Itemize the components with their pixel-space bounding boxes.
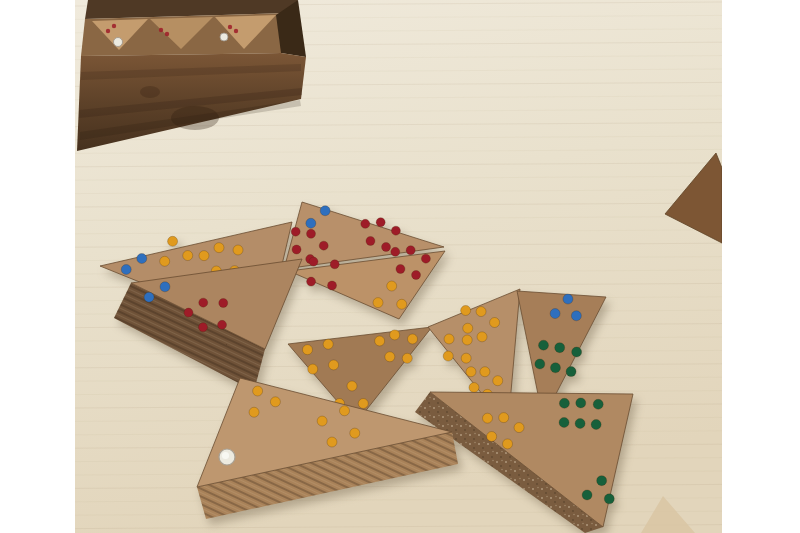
pip: [292, 245, 301, 254]
pip: [183, 251, 193, 261]
pip: [550, 309, 560, 319]
pip: [339, 406, 349, 416]
pip: [199, 298, 208, 307]
pip: [320, 206, 330, 216]
pip: [576, 398, 586, 408]
pip: [469, 383, 479, 393]
pip: [219, 298, 228, 307]
pip: [391, 226, 400, 235]
pip: [199, 251, 209, 261]
pip: [214, 243, 224, 253]
shell-inlay: [114, 38, 123, 47]
pip: [559, 417, 569, 427]
pip: [555, 343, 565, 353]
pip: [421, 254, 430, 263]
shell-highlight: [222, 452, 229, 459]
wood-knot: [140, 86, 160, 98]
pip: [307, 277, 316, 286]
pip: [550, 363, 560, 373]
pip: [539, 340, 549, 350]
pip: [328, 281, 337, 290]
pip: [575, 418, 585, 428]
pip: [593, 399, 603, 409]
pip: [461, 305, 471, 315]
pip: [397, 299, 407, 309]
pip: [218, 320, 227, 329]
pip: [402, 353, 412, 363]
boxed-tile-pip: [234, 29, 238, 33]
pip: [199, 323, 208, 332]
pip: [490, 318, 500, 328]
pip: [514, 423, 524, 433]
pip: [571, 311, 581, 321]
pip: [375, 336, 385, 346]
pip: [329, 360, 339, 370]
photo-canvas: [0, 0, 800, 533]
pip: [291, 227, 300, 236]
pip: [144, 292, 154, 302]
pip: [309, 257, 318, 266]
pip: [499, 413, 509, 423]
pip: [327, 437, 337, 447]
pip: [184, 308, 193, 317]
wood-knot: [171, 106, 219, 130]
pip: [358, 399, 368, 409]
pip: [591, 420, 601, 430]
pip: [493, 376, 503, 386]
pip: [408, 334, 418, 344]
pip: [477, 332, 487, 342]
pip: [347, 381, 357, 391]
pip: [582, 490, 592, 500]
pip: [160, 282, 170, 292]
pip: [160, 256, 170, 266]
white-border-right: [722, 0, 800, 533]
pip: [566, 367, 576, 377]
boxed-tile-pip: [228, 25, 232, 29]
pip: [330, 260, 339, 269]
pip: [487, 432, 497, 442]
pip: [466, 367, 476, 377]
pip: [121, 264, 131, 274]
pip: [249, 407, 259, 417]
pip: [503, 439, 513, 449]
boxed-tile-pip: [106, 29, 110, 33]
pip: [396, 264, 405, 273]
pip: [168, 236, 178, 246]
pip: [308, 364, 318, 374]
shell-inlay: [220, 33, 228, 41]
pip: [317, 416, 327, 426]
pip: [406, 246, 415, 255]
triomino-photo: [0, 0, 800, 533]
pip: [535, 359, 545, 369]
pip: [604, 494, 614, 504]
pip: [376, 218, 385, 227]
pip: [461, 353, 471, 363]
pip: [306, 218, 316, 228]
pip: [306, 229, 315, 238]
pip: [412, 270, 421, 279]
pip: [480, 367, 490, 377]
pip: [137, 254, 147, 264]
pip: [597, 476, 607, 486]
pip: [482, 413, 492, 423]
pip: [319, 241, 328, 250]
pip: [476, 307, 486, 317]
pip: [233, 245, 243, 255]
pip: [563, 294, 573, 304]
boxed-tile-pip: [159, 28, 163, 32]
pip: [463, 323, 473, 333]
pip: [350, 428, 360, 438]
pip: [572, 347, 582, 357]
pip: [443, 351, 453, 361]
pip: [385, 352, 395, 362]
pip: [366, 236, 375, 245]
pip-cluster-shell-1: [219, 449, 235, 465]
pip: [444, 334, 454, 344]
white-border-left: [0, 0, 75, 533]
pip: [387, 281, 397, 291]
pip: [462, 335, 472, 345]
pip: [323, 339, 333, 349]
pip: [270, 397, 280, 407]
pip: [253, 386, 263, 396]
boxed-tile-pip: [165, 32, 169, 36]
pip: [382, 242, 391, 251]
pip: [390, 330, 400, 340]
pip: [302, 345, 312, 355]
pip: [391, 247, 400, 256]
pip: [361, 219, 370, 228]
pip: [559, 398, 569, 408]
boxed-tile-pip: [112, 24, 116, 28]
pip: [373, 298, 383, 308]
